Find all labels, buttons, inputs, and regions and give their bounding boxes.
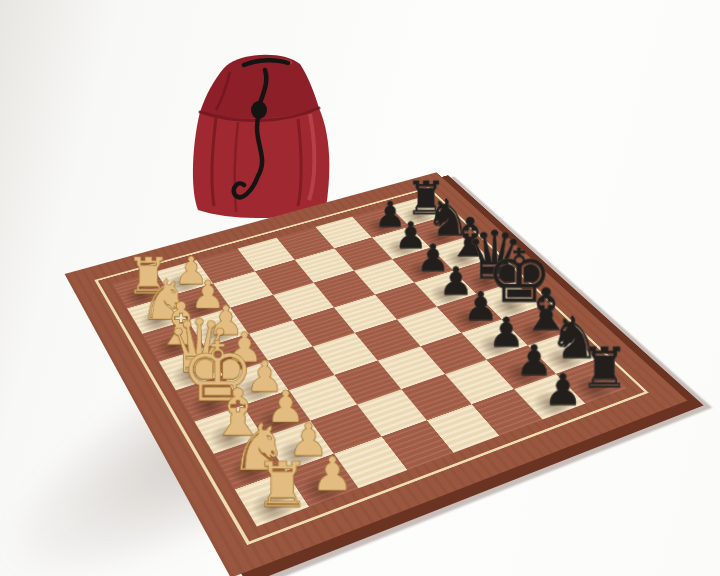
chess-board: ♜♟♟♜♞♟♟♞♝♟♟♝♛♟♟♛♚♟♟♚♝♟♟♝♞♟♟♞♜♟♟♜ <box>65 172 688 576</box>
piece-black-rook: ♜ <box>580 342 630 395</box>
square-e6 <box>397 307 462 346</box>
piece-white-pawn: ♟ <box>312 451 354 496</box>
playing-field: ♜♟♟♜♞♟♟♞♝♟♟♝♛♟♟♛♚♟♟♚♝♟♟♝♞♟♟♞♜♟♟♜ <box>112 196 626 526</box>
piece-white-rook: ♜ <box>254 456 310 515</box>
piece-black-pawn: ♟ <box>543 369 582 410</box>
scene: ♜♟♟♜♞♟♟♞♝♟♟♝♛♟♟♛♚♟♟♚♝♟♟♝♞♟♟♞♜♟♟♜ <box>0 0 720 576</box>
stage: ♜♟♟♜♞♟♟♞♝♟♟♝♛♟♟♛♚♟♟♚♝♟♟♝♞♟♟♞♜♟♟♜ <box>0 0 720 576</box>
square-e4 <box>312 333 377 375</box>
